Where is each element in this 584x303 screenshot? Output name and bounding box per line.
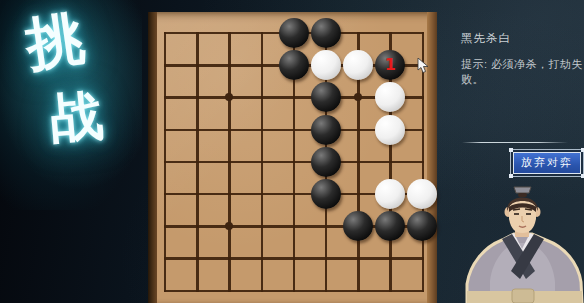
hint-text: 提示: 必须净杀，打劫失败。 xyxy=(461,57,584,87)
white-stone xyxy=(311,50,341,80)
board-cell-F6[interactable] xyxy=(310,113,342,145)
board-cell-H8[interactable]: 1 xyxy=(374,49,406,81)
board-cell-A4[interactable] xyxy=(149,178,181,210)
board-cell-D3[interactable] xyxy=(245,210,277,242)
white-stone xyxy=(375,115,405,145)
board-cell-H5[interactable] xyxy=(374,146,406,178)
board-cell-J4[interactable] xyxy=(406,178,438,210)
black-stone xyxy=(311,82,341,112)
board-cell-E7[interactable] xyxy=(278,81,310,113)
black-stone xyxy=(343,211,373,241)
black-stone xyxy=(279,18,309,48)
board-grid: 1 xyxy=(149,17,439,303)
board-cell-J2[interactable] xyxy=(406,242,438,274)
black-stone xyxy=(375,211,405,241)
board-cell-B2[interactable] xyxy=(181,242,213,274)
board-cell-J6[interactable] xyxy=(406,113,438,145)
board-cell-G2[interactable] xyxy=(342,242,374,274)
board-cell-A7[interactable] xyxy=(149,81,181,113)
board-cell-D8[interactable] xyxy=(245,49,277,81)
button-corner-ornament xyxy=(509,148,513,152)
board-cell-A9[interactable] xyxy=(149,17,181,49)
board-cell-G9[interactable] xyxy=(342,17,374,49)
board-cell-A8[interactable] xyxy=(149,49,181,81)
board-cell-E8[interactable] xyxy=(278,49,310,81)
board-cell-B6[interactable] xyxy=(181,113,213,145)
board-cell-B3[interactable] xyxy=(181,210,213,242)
board-cell-A5[interactable] xyxy=(149,146,181,178)
board-cell-G1[interactable] xyxy=(342,274,374,303)
board-cell-B4[interactable] xyxy=(181,178,213,210)
star-point xyxy=(354,93,362,101)
board-cell-F4[interactable] xyxy=(310,178,342,210)
button-corner-ornament xyxy=(509,174,513,178)
board-cell-G8[interactable] xyxy=(342,49,374,81)
board-cell-C8[interactable] xyxy=(213,49,245,81)
board-cell-E1[interactable] xyxy=(278,274,310,303)
board-cell-A6[interactable] xyxy=(149,113,181,145)
board-cell-G5[interactable] xyxy=(342,146,374,178)
black-stone xyxy=(311,179,341,209)
white-stone xyxy=(343,50,373,80)
divider-line xyxy=(462,142,568,143)
board-cell-E5[interactable] xyxy=(278,146,310,178)
challenge-banner-char-1: 挑 xyxy=(22,8,88,74)
challenge-banner-char-2: 战 xyxy=(48,88,105,145)
board-cell-C7[interactable] xyxy=(213,81,245,113)
board-cell-F5[interactable] xyxy=(310,146,342,178)
board-cell-F2[interactable] xyxy=(310,242,342,274)
black-stone xyxy=(311,147,341,177)
board-cell-E3[interactable] xyxy=(278,210,310,242)
board-cell-F9[interactable] xyxy=(310,17,342,49)
npc-portrait xyxy=(460,185,584,303)
board-cell-A2[interactable] xyxy=(149,242,181,274)
board-cell-F7[interactable] xyxy=(310,81,342,113)
black-stone xyxy=(279,50,309,80)
white-stone xyxy=(407,179,437,209)
mouse-cursor xyxy=(417,58,431,74)
game-screen: 挑 战 1 黑先杀白 提示: 必须净杀，打劫失败。 放弃对弈 xyxy=(0,0,584,303)
board-cell-D7[interactable] xyxy=(245,81,277,113)
board-cell-E9[interactable] xyxy=(278,17,310,49)
go-board[interactable]: 1 xyxy=(148,12,437,303)
board-cell-H6[interactable] xyxy=(374,113,406,145)
board-cell-F3[interactable] xyxy=(310,210,342,242)
board-cell-H2[interactable] xyxy=(374,242,406,274)
white-stone xyxy=(375,179,405,209)
board-cell-B9[interactable] xyxy=(181,17,213,49)
board-cell-B7[interactable] xyxy=(181,81,213,113)
board-cell-D1[interactable] xyxy=(245,274,277,303)
board-cell-H7[interactable] xyxy=(374,81,406,113)
board-cell-H3[interactable] xyxy=(374,210,406,242)
board-cell-H4[interactable] xyxy=(374,178,406,210)
board-cell-J9[interactable] xyxy=(406,17,438,49)
star-point xyxy=(225,222,233,230)
board-cell-F8[interactable] xyxy=(310,49,342,81)
board-cell-D9[interactable] xyxy=(245,17,277,49)
board-cell-H9[interactable] xyxy=(374,17,406,49)
board-cell-G4[interactable] xyxy=(342,178,374,210)
resign-button-label: 放弃对弈 xyxy=(513,152,581,174)
white-stone xyxy=(375,82,405,112)
board-cell-E2[interactable] xyxy=(278,242,310,274)
board-cell-C1[interactable] xyxy=(213,274,245,303)
black-stone xyxy=(311,115,341,145)
board-cell-C9[interactable] xyxy=(213,17,245,49)
board-cell-C4[interactable] xyxy=(213,178,245,210)
board-cell-B5[interactable] xyxy=(181,146,213,178)
board-cell-F1[interactable] xyxy=(310,274,342,303)
board-cell-G3[interactable] xyxy=(342,210,374,242)
black-stone xyxy=(311,18,341,48)
black-stone: 1 xyxy=(375,50,405,80)
board-cell-B8[interactable] xyxy=(181,49,213,81)
board-cell-B1[interactable] xyxy=(181,274,213,303)
board-cell-E6[interactable] xyxy=(278,113,310,145)
star-point xyxy=(225,93,233,101)
board-cell-A1[interactable] xyxy=(149,274,181,303)
resign-button[interactable]: 放弃对弈 xyxy=(510,149,584,177)
board-cell-E4[interactable] xyxy=(278,178,310,210)
board-cell-D6[interactable] xyxy=(245,113,277,145)
board-cell-D5[interactable] xyxy=(245,146,277,178)
board-cell-A3[interactable] xyxy=(149,210,181,242)
board-cell-C3[interactable] xyxy=(213,210,245,242)
board-cell-G7[interactable] xyxy=(342,81,374,113)
board-cell-C5[interactable] xyxy=(213,146,245,178)
board-cell-C2[interactable] xyxy=(213,242,245,274)
board-cell-C6[interactable] xyxy=(213,113,245,145)
board-cell-D4[interactable] xyxy=(245,178,277,210)
board-cell-D2[interactable] xyxy=(245,242,277,274)
board-cell-G6[interactable] xyxy=(342,113,374,145)
board-cell-J3[interactable] xyxy=(406,210,438,242)
task-text: 黑先杀白 xyxy=(461,31,511,46)
black-stone xyxy=(407,211,437,241)
board-cell-J1[interactable] xyxy=(406,274,438,303)
board-cell-J7[interactable] xyxy=(406,81,438,113)
board-cell-J5[interactable] xyxy=(406,146,438,178)
board-cell-H1[interactable] xyxy=(374,274,406,303)
last-move-number: 1 xyxy=(385,55,396,74)
